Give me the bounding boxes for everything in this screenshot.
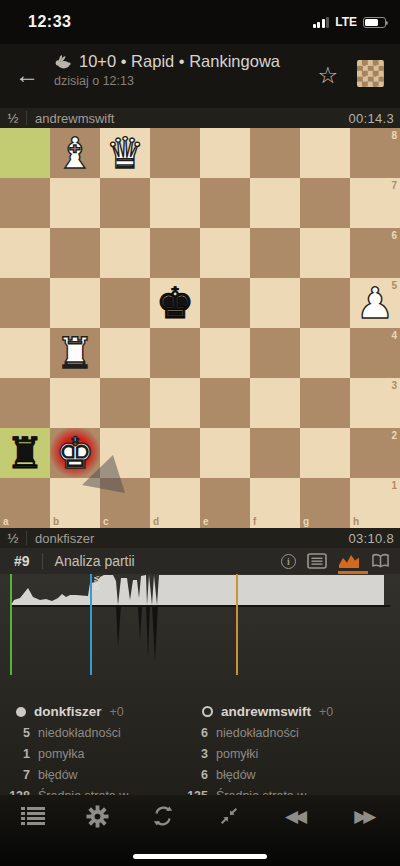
square-e6[interactable]: [200, 228, 250, 278]
square-h6[interactable]: 6: [350, 228, 400, 278]
square-f8[interactable]: [250, 128, 300, 178]
signal-icon: [313, 17, 330, 28]
settings-gear-button[interactable]: [76, 799, 120, 833]
rank-label-5: 5: [391, 280, 397, 291]
stat-label: błędów: [216, 765, 346, 786]
square-b2[interactable]: ♚: [50, 428, 100, 478]
clock-bottom: 03:10.8: [349, 531, 400, 546]
square-d7[interactable]: [150, 178, 200, 228]
square-a8[interactable]: [0, 128, 50, 178]
clock-time: 12:33: [28, 13, 71, 31]
square-e1[interactable]: e: [200, 478, 250, 528]
square-a4[interactable]: [0, 328, 50, 378]
white-player-icon: [16, 707, 26, 717]
bottom-toolbar: ◀◀ ▶▶: [0, 795, 400, 866]
square-f4[interactable]: [250, 328, 300, 378]
square-g5[interactable]: [300, 278, 350, 328]
square-e5[interactable]: [200, 278, 250, 328]
rank-label-1: 1: [391, 480, 397, 491]
white-rook: ♜: [50, 328, 100, 378]
previous-move-button[interactable]: ◀◀: [272, 799, 320, 833]
next-move-button[interactable]: ▶▶: [341, 799, 389, 833]
square-f2[interactable]: [250, 428, 300, 478]
square-d2[interactable]: [150, 428, 200, 478]
back-button[interactable]: ←: [10, 58, 44, 92]
stat-label: błędów: [38, 765, 168, 786]
result-top: ½: [0, 111, 26, 126]
black-king: ♚: [150, 278, 200, 328]
stat-value: 1: [0, 744, 30, 765]
square-f1[interactable]: f: [250, 478, 300, 528]
black-player-icon: [202, 706, 213, 717]
square-d4[interactable]: [150, 328, 200, 378]
network-label: LTE: [335, 15, 357, 29]
square-c6[interactable]: [100, 228, 150, 278]
analysis-bar: #9 Analiza partii i: [0, 548, 400, 574]
flip-board-button[interactable]: [141, 799, 185, 833]
file-label-a: a: [3, 516, 9, 527]
rank-label-8: 8: [391, 130, 397, 141]
square-f7[interactable]: [250, 178, 300, 228]
file-label-e: e: [203, 516, 209, 527]
info-icon[interactable]: i: [281, 554, 296, 569]
square-d6[interactable]: [150, 228, 200, 278]
chart-tab-icon[interactable]: [338, 553, 360, 569]
square-e2[interactable]: [200, 428, 250, 478]
square-d1[interactable]: d: [150, 478, 200, 528]
square-g8[interactable]: [300, 128, 350, 178]
opening-book-icon[interactable]: [371, 553, 390, 569]
square-f3[interactable]: [250, 378, 300, 428]
player-bar-bottom: ½ donkfiszer 03:10.8: [0, 528, 400, 548]
collapse-button[interactable]: [207, 799, 251, 833]
square-d5[interactable]: ♚: [150, 278, 200, 328]
summary-name-white: donkfiszer: [34, 704, 102, 719]
square-g1[interactable]: g: [300, 478, 350, 528]
game-title: 10+0 • Rapid • Rankingowa: [79, 52, 280, 71]
square-h2[interactable]: 2: [350, 428, 400, 478]
square-a7[interactable]: [0, 178, 50, 228]
file-label-f: f: [253, 516, 256, 527]
square-a5[interactable]: [0, 278, 50, 328]
advantage-chart[interactable]: Wa3: [0, 574, 400, 700]
analysis-tab-label: Analiza partii: [55, 553, 281, 569]
player-name-top: andrewmswift: [35, 111, 349, 126]
square-h3[interactable]: 3: [350, 378, 400, 428]
square-e4[interactable]: [200, 328, 250, 378]
square-f6[interactable]: [250, 228, 300, 278]
square-c8[interactable]: ♛: [100, 128, 150, 178]
white-bishop: ♝: [50, 128, 100, 178]
stat-value: 5: [0, 723, 30, 744]
square-h4[interactable]: 4: [350, 328, 400, 378]
square-f5[interactable]: [250, 278, 300, 328]
file-label-g: g: [303, 516, 309, 527]
square-c3[interactable]: [100, 378, 150, 428]
square-h8[interactable]: 8: [350, 128, 400, 178]
file-label-d: d: [153, 516, 159, 527]
file-label-c: c: [103, 516, 109, 527]
square-g4[interactable]: [300, 328, 350, 378]
square-c5[interactable]: [100, 278, 150, 328]
square-c2[interactable]: [100, 428, 150, 478]
square-c4[interactable]: [100, 328, 150, 378]
stat-value: 3: [186, 744, 208, 765]
square-e7[interactable]: [200, 178, 250, 228]
square-h5[interactable]: 5♟: [350, 278, 400, 328]
player-name-bottom: donkfiszer: [35, 531, 349, 546]
stat-value: 6: [186, 723, 208, 744]
stat-label: pomyłka: [38, 744, 168, 765]
stat-value: 7: [0, 765, 30, 786]
result-bottom: ½: [0, 531, 26, 546]
square-b7[interactable]: [50, 178, 100, 228]
rating-diff-black: +0: [319, 705, 333, 719]
battery-icon: [363, 17, 386, 28]
square-b5[interactable]: [50, 278, 100, 328]
bookmark-star-icon[interactable]: ☆: [317, 58, 338, 92]
square-g6[interactable]: [300, 228, 350, 278]
square-d8[interactable]: [150, 128, 200, 178]
game-header: ← 10+0 • Rapid • Rankingowa dzisiaj o 12…: [0, 44, 400, 108]
square-a1[interactable]: a: [0, 478, 50, 528]
square-g3[interactable]: [300, 378, 350, 428]
player-bar-top: ½ andrewmswift 00:14.3: [0, 108, 400, 128]
move-index: #9: [0, 553, 42, 569]
moves-list-icon[interactable]: [307, 553, 327, 569]
rank-label-7: 7: [391, 180, 397, 191]
stat-value: 6: [186, 765, 208, 786]
square-a2[interactable]: ♜: [0, 428, 50, 478]
game-date: dzisiaj o 12:13: [54, 74, 280, 88]
square-c7[interactable]: [100, 178, 150, 228]
square-b1[interactable]: b: [50, 478, 100, 528]
rank-label-4: 4: [391, 330, 397, 341]
stat-label: niedokładności: [216, 723, 346, 744]
board-thumbnail-icon[interactable]: [357, 60, 384, 87]
square-a6[interactable]: [0, 228, 50, 278]
square-g7[interactable]: [300, 178, 350, 228]
rank-label-6: 6: [391, 230, 397, 241]
square-b4[interactable]: ♜: [50, 328, 100, 378]
square-c1[interactable]: c: [100, 478, 150, 528]
chess-board[interactable]: ♝♛876♚5♟♜43♜♚2abcdefg1h: [0, 128, 400, 528]
home-indicator[interactable]: [133, 854, 267, 859]
rank-label-2: 2: [391, 430, 397, 441]
svg-text:Wa3: Wa3: [93, 576, 100, 590]
rank-label-3: 3: [391, 380, 397, 391]
stat-label: niedokładności: [38, 723, 168, 744]
analysis-panel: Wa3 donkfiszer +0 5niedokładności 1pomył…: [0, 574, 400, 795]
rapid-rabbit-icon: [54, 53, 72, 71]
black-rook: ♜: [0, 428, 50, 478]
square-e3[interactable]: [200, 378, 250, 428]
clock-top: 00:14.3: [349, 111, 400, 126]
square-h1[interactable]: 1h: [350, 478, 400, 528]
file-label-h: h: [353, 516, 359, 527]
white-queen: ♛: [100, 128, 150, 178]
square-b8[interactable]: ♝: [50, 128, 100, 178]
file-label-b: b: [53, 516, 59, 527]
moves-menu-button[interactable]: [11, 799, 55, 833]
square-h7[interactable]: 7: [350, 178, 400, 228]
square-b6[interactable]: [50, 228, 100, 278]
square-g2[interactable]: [300, 428, 350, 478]
check-glow: [50, 428, 100, 478]
square-d3[interactable]: [150, 378, 200, 428]
square-b3[interactable]: [50, 378, 100, 428]
square-e8[interactable]: [200, 128, 250, 178]
summary-name-black: andrewmswift: [221, 704, 311, 719]
status-bar: 12:33 LTE: [0, 0, 400, 44]
stat-label: pomyłki: [216, 744, 346, 765]
square-a3[interactable]: [0, 378, 50, 428]
rating-diff-white: +0: [110, 705, 124, 719]
